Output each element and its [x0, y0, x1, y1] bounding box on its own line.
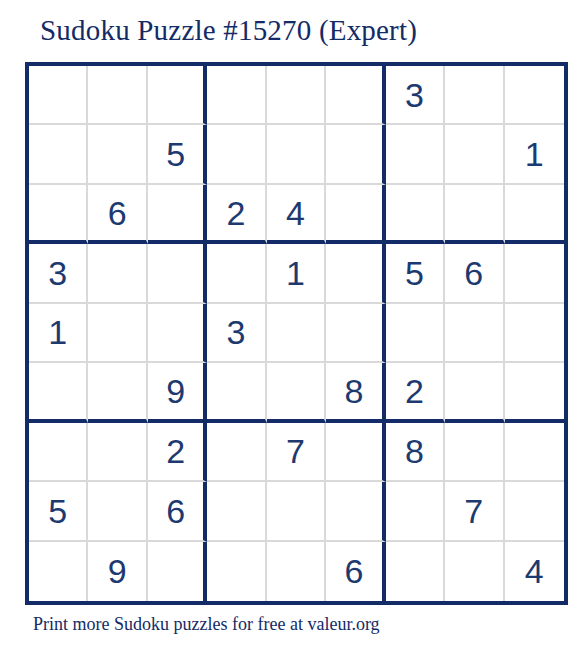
cell-r3c2: 6	[88, 185, 147, 244]
cell-r2c4	[207, 125, 266, 184]
cell-r9c5	[267, 542, 326, 601]
cell-r5c5	[267, 304, 326, 363]
cell-r7c8	[445, 423, 504, 482]
cell-r3c1	[29, 185, 88, 244]
cell-r7c4	[207, 423, 266, 482]
cell-r9c3	[148, 542, 207, 601]
cell-r1c5	[267, 66, 326, 125]
cell-r7c7: 8	[386, 423, 445, 482]
cell-r8c9	[505, 482, 564, 541]
cell-r9c1	[29, 542, 88, 601]
cell-r6c5	[267, 363, 326, 422]
cell-r3c5: 4	[267, 185, 326, 244]
cell-r6c9	[505, 363, 564, 422]
cell-r5c7	[386, 304, 445, 363]
cell-r9c9: 4	[505, 542, 564, 601]
cell-r4c9	[505, 244, 564, 303]
cell-r1c7: 3	[386, 66, 445, 125]
cell-r7c3: 2	[148, 423, 207, 482]
cell-r7c9	[505, 423, 564, 482]
cell-r2c2	[88, 125, 147, 184]
cell-r9c7	[386, 542, 445, 601]
cell-r1c6	[326, 66, 385, 125]
cell-r5c1: 1	[29, 304, 88, 363]
cell-r9c8	[445, 542, 504, 601]
cell-r4c7: 5	[386, 244, 445, 303]
cell-r9c4	[207, 542, 266, 601]
cell-r3c4: 2	[207, 185, 266, 244]
cell-r4c5: 1	[267, 244, 326, 303]
cell-r6c4	[207, 363, 266, 422]
cell-r2c8	[445, 125, 504, 184]
cell-r6c1	[29, 363, 88, 422]
cell-r4c1: 3	[29, 244, 88, 303]
cell-r5c8	[445, 304, 504, 363]
cell-r2c5	[267, 125, 326, 184]
page-title: Sudoku Puzzle #15270 (Expert)	[40, 14, 417, 47]
cell-r8c2	[88, 482, 147, 541]
cell-r3c8	[445, 185, 504, 244]
cell-r5c6	[326, 304, 385, 363]
cell-r1c4	[207, 66, 266, 125]
cell-r1c9	[505, 66, 564, 125]
cell-r1c3	[148, 66, 207, 125]
cell-r6c3: 9	[148, 363, 207, 422]
cell-r4c4	[207, 244, 266, 303]
cell-r7c5: 7	[267, 423, 326, 482]
cell-r3c9	[505, 185, 564, 244]
page: { "game": { "type": "sudoku", "grid_size…	[0, 0, 580, 651]
cell-r9c2: 9	[88, 542, 147, 601]
cell-r8c7	[386, 482, 445, 541]
cell-r2c9: 1	[505, 125, 564, 184]
cell-r2c6	[326, 125, 385, 184]
cell-r3c3	[148, 185, 207, 244]
cell-r5c9	[505, 304, 564, 363]
cell-r8c4	[207, 482, 266, 541]
cell-r7c1	[29, 423, 88, 482]
cell-r8c1: 5	[29, 482, 88, 541]
cell-r4c6	[326, 244, 385, 303]
cell-r4c2	[88, 244, 147, 303]
footer-text: Print more Sudoku puzzles for free at va…	[33, 614, 380, 635]
cell-r1c1	[29, 66, 88, 125]
cell-r4c8: 6	[445, 244, 504, 303]
cell-r2c7	[386, 125, 445, 184]
cell-r8c6	[326, 482, 385, 541]
cell-r8c8: 7	[445, 482, 504, 541]
cell-r2c1	[29, 125, 88, 184]
cell-r3c6	[326, 185, 385, 244]
cell-r8c5	[267, 482, 326, 541]
sudoku-board: 351624315613982278567964	[25, 62, 568, 605]
cell-r8c3: 6	[148, 482, 207, 541]
cell-r4c3	[148, 244, 207, 303]
cell-r5c3	[148, 304, 207, 363]
cell-r5c2	[88, 304, 147, 363]
cell-r1c8	[445, 66, 504, 125]
cell-r7c6	[326, 423, 385, 482]
cell-r6c2	[88, 363, 147, 422]
cell-r6c7: 2	[386, 363, 445, 422]
cell-r5c4: 3	[207, 304, 266, 363]
cell-r9c6: 6	[326, 542, 385, 601]
cell-r6c8	[445, 363, 504, 422]
cell-r2c3: 5	[148, 125, 207, 184]
cell-r7c2	[88, 423, 147, 482]
cell-r3c7	[386, 185, 445, 244]
cell-r6c6: 8	[326, 363, 385, 422]
cell-r1c2	[88, 66, 147, 125]
